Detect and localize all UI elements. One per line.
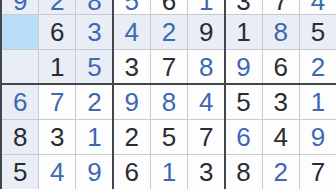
cell-r9c3[interactable]: 9: [76, 155, 112, 189]
user-digit: 9: [311, 124, 325, 150]
user-digit: 8: [76, 0, 112, 14]
given-digit: 7: [162, 54, 176, 80]
user-digit: 6: [13, 89, 27, 115]
user-digit: 6: [236, 124, 250, 150]
given-digit: 1: [50, 54, 64, 80]
cell-r9c6[interactable]: 3: [188, 155, 224, 189]
cell-r7c5[interactable]: 8: [151, 85, 187, 119]
given-digit: 3: [273, 89, 287, 115]
user-digit: 2: [39, 0, 75, 14]
cell-r8c9[interactable]: 9: [300, 120, 336, 154]
user-digit: 2: [162, 19, 176, 45]
user-digit: 4: [199, 89, 213, 115]
cell-r7c1[interactable]: 6: [2, 85, 38, 119]
cell-r6c2[interactable]: 1: [39, 50, 75, 84]
user-digit: 4: [125, 19, 139, 45]
given-digit: 5: [13, 159, 27, 185]
given-digit: 3: [225, 0, 261, 14]
cell-r6c4[interactable]: 3: [114, 50, 150, 84]
cell-r5c8[interactable]: 8: [263, 15, 299, 49]
box-divider-horizontal: [2, 83, 336, 85]
user-digit: 9: [125, 89, 139, 115]
box-divider-vertical-1: [112, 0, 114, 189]
given-digit: 7: [199, 124, 213, 150]
cell-r4c3[interactable]: 8: [76, 0, 112, 14]
cell-r9c4[interactable]: 6: [114, 155, 150, 189]
cell-r6c6[interactable]: 8: [188, 50, 224, 84]
cell-r6c5[interactable]: 7: [151, 50, 187, 84]
cell-r4c5[interactable]: 6: [151, 0, 187, 14]
cell-r8c8[interactable]: 4: [263, 120, 299, 154]
given-digit: 1: [236, 19, 250, 45]
user-digit: 8: [273, 19, 287, 45]
given-digit: 6: [273, 54, 287, 80]
cell-r8c1[interactable]: 8: [2, 120, 38, 154]
user-digit: 4: [50, 159, 64, 185]
given-digit: 7: [311, 159, 325, 185]
user-digit: 8: [162, 89, 176, 115]
cell-r7c2[interactable]: 7: [39, 85, 75, 119]
cell-r8c5[interactable]: 5: [151, 120, 187, 154]
cell-r7c8[interactable]: 3: [263, 85, 299, 119]
cell-r4c1[interactable]: 9: [2, 0, 38, 14]
given-digit: 9: [199, 19, 213, 45]
cell-r9c7[interactable]: 8: [225, 155, 261, 189]
given-digit: 8: [236, 159, 250, 185]
cell-r5c5[interactable]: 2: [151, 15, 187, 49]
cell-r8c2[interactable]: 3: [39, 120, 75, 154]
cell-r9c8[interactable]: 2: [263, 155, 299, 189]
user-digit: 1: [162, 159, 176, 185]
user-digit: 1: [188, 0, 224, 14]
cell-r6c8[interactable]: 6: [263, 50, 299, 84]
sudoku-board: 9285613746342918515378962672984531831257…: [0, 0, 336, 189]
cell-r7c7[interactable]: 5: [225, 85, 261, 119]
cell-r5c1-selected[interactable]: [2, 15, 38, 49]
cell-r9c1[interactable]: 5: [2, 155, 38, 189]
cell-r5c4[interactable]: 4: [114, 15, 150, 49]
cell-r8c4[interactable]: 2: [114, 120, 150, 154]
cell-r7c3[interactable]: 2: [76, 85, 112, 119]
given-digit: 5: [311, 19, 325, 45]
cell-r4c9[interactable]: 4: [300, 0, 336, 14]
cell-r8c3[interactable]: 1: [76, 120, 112, 154]
cell-r5c6[interactable]: 9: [188, 15, 224, 49]
given-digit: 5: [236, 89, 250, 115]
user-digit: 3: [87, 19, 101, 45]
user-digit: 9: [87, 159, 101, 185]
user-digit: 7: [50, 89, 64, 115]
user-digit: 1: [87, 124, 101, 150]
given-digit: 4: [273, 124, 287, 150]
cell-r4c6[interactable]: 1: [188, 0, 224, 14]
cell-r7c4[interactable]: 9: [114, 85, 150, 119]
given-digit: 6: [50, 19, 64, 45]
user-digit: 9: [236, 54, 250, 80]
cell-r5c7[interactable]: 1: [225, 15, 261, 49]
box-divider-vertical-2: [224, 0, 226, 189]
user-digit: 2: [273, 159, 287, 185]
cell-r8c7[interactable]: 6: [225, 120, 261, 154]
cell-r4c8[interactable]: 7: [263, 0, 299, 14]
user-digit: 4: [300, 0, 336, 14]
user-digit: 8: [199, 54, 213, 80]
user-digit: 1: [311, 89, 325, 115]
given-digit: 3: [199, 159, 213, 185]
cell-r6c7[interactable]: 9: [225, 50, 261, 84]
user-digit: 2: [87, 89, 101, 115]
cell-r9c5[interactable]: 1: [151, 155, 187, 189]
given-digit: 6: [151, 0, 187, 14]
cell-r6c3[interactable]: 5: [76, 50, 112, 84]
cell-r8c6[interactable]: 7: [188, 120, 224, 154]
given-digit: 6: [125, 159, 139, 185]
user-digit: 2: [311, 54, 325, 80]
cell-r6c9[interactable]: 2: [300, 50, 336, 84]
given-digit: 5: [162, 124, 176, 150]
cell-r5c9[interactable]: 5: [300, 15, 336, 49]
user-digit: 5: [87, 54, 101, 80]
given-digit: 3: [50, 124, 64, 150]
user-digit: 5: [114, 0, 150, 14]
user-digit: 9: [2, 0, 38, 14]
cell-r9c2[interactable]: 4: [39, 155, 75, 189]
cell-r5c3[interactable]: 3: [76, 15, 112, 49]
given-digit: 2: [125, 124, 139, 150]
cell-r4c4[interactable]: 5: [114, 0, 150, 14]
cell-r6c1[interactable]: [2, 50, 38, 84]
given-digit: 8: [13, 124, 27, 150]
cell-r5c2[interactable]: 6: [39, 15, 75, 49]
cell-r4c2[interactable]: 2: [39, 0, 75, 14]
given-digit: 7: [263, 0, 299, 14]
cell-r7c9[interactable]: 1: [300, 85, 336, 119]
cell-r4c7[interactable]: 3: [225, 0, 261, 14]
cell-r9c9[interactable]: 7: [300, 155, 336, 189]
given-digit: 3: [125, 54, 139, 80]
cell-r7c6[interactable]: 4: [188, 85, 224, 119]
